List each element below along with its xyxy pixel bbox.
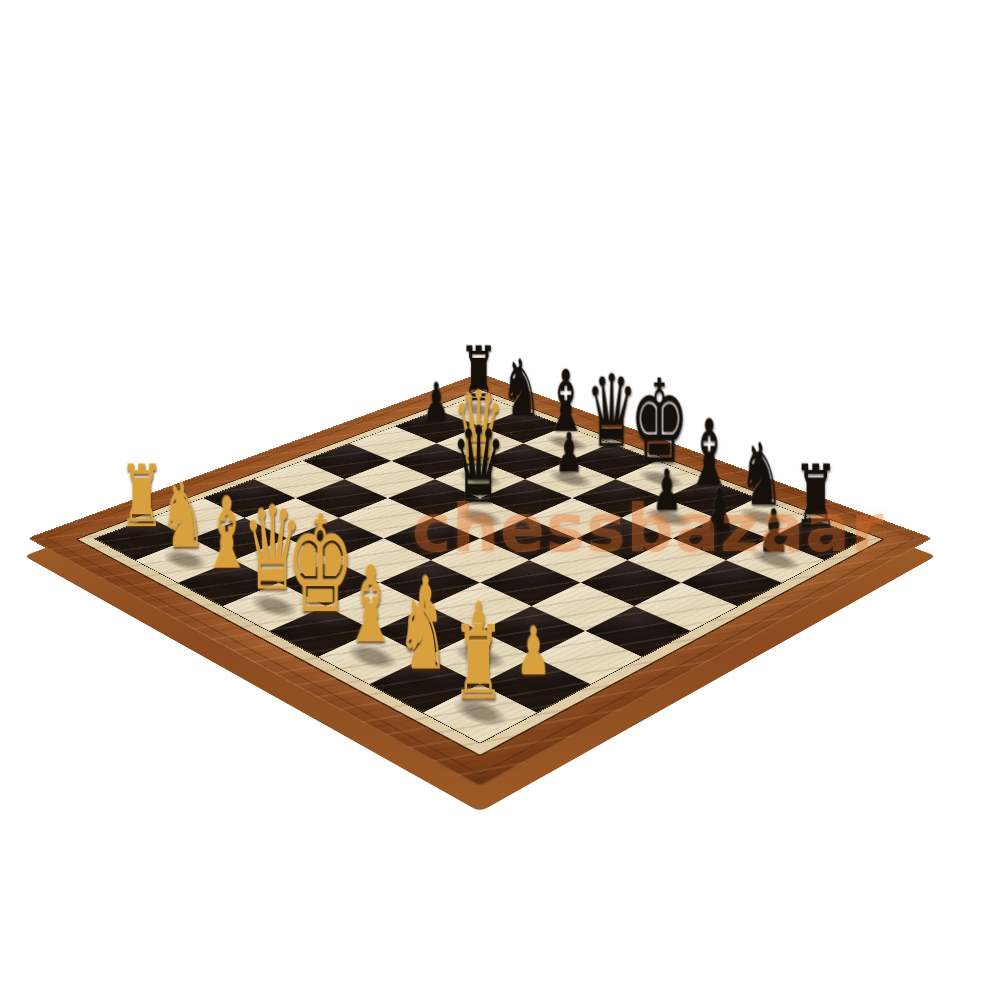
chess-board: ♜♞♝♛♚♝♞♜♟♟♟♟♟♛♛♟♟♟♜♞♝♛♚♝♞♜ bbox=[27, 373, 932, 787]
board-maple-margin: ♜♞♝♛♚♝♞♜♟♟♟♟♟♛♛♟♟♟♜♞♝♛♚♝♞♜ bbox=[75, 389, 885, 757]
product-photo-scene: ♜♞♝♛♚♝♞♜♟♟♟♟♟♛♛♟♟♟♜♞♝♛♚♝♞♜ bbox=[0, 0, 1000, 1000]
board-wooden-frame: ♜♞♝♛♚♝♞♜♟♟♟♟♟♛♛♟♟♟♜♞♝♛♚♝♞♜ bbox=[27, 373, 932, 787]
board-squares-grid: ♜♞♝♛♚♝♞♜♟♟♟♟♟♛♛♟♟♟♜♞♝♛♚♝♞♜ bbox=[94, 394, 867, 743]
